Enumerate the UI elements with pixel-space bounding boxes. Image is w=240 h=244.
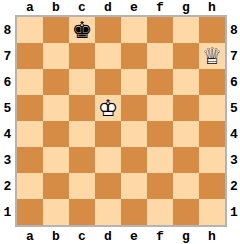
square-c2[interactable] [69, 173, 95, 199]
file-label-f: f [147, 228, 173, 244]
file-label-c: c [69, 228, 95, 244]
rank-label-7: 7 [228, 43, 240, 69]
square-f4[interactable] [147, 121, 173, 147]
square-b6[interactable] [43, 69, 69, 95]
square-g8[interactable] [173, 17, 199, 43]
rank-label-6: 6 [0, 69, 15, 95]
square-a3[interactable] [17, 147, 43, 173]
square-g1[interactable] [173, 199, 199, 225]
rank-label-1: 1 [228, 199, 240, 225]
square-b2[interactable] [43, 173, 69, 199]
rank-label-2: 2 [0, 173, 15, 199]
square-g7[interactable] [173, 43, 199, 69]
square-c5[interactable] [69, 95, 95, 121]
file-labels-bottom: abcdefgh [17, 228, 225, 244]
square-g3[interactable] [173, 147, 199, 173]
rank-label-6: 6 [228, 69, 240, 95]
rank-label-4: 4 [0, 121, 15, 147]
rank-label-8: 8 [0, 17, 15, 43]
square-d2[interactable] [95, 173, 121, 199]
square-f5[interactable] [147, 95, 173, 121]
square-e3[interactable] [121, 147, 147, 173]
file-label-d: d [95, 228, 121, 244]
square-h2[interactable] [199, 173, 225, 199]
square-e2[interactable] [121, 173, 147, 199]
file-label-g: g [173, 0, 199, 15]
square-h8[interactable] [199, 17, 225, 43]
file-label-a: a [17, 228, 43, 244]
rank-label-1: 1 [0, 199, 15, 225]
square-d8[interactable] [95, 17, 121, 43]
square-b3[interactable] [43, 147, 69, 173]
square-a4[interactable] [17, 121, 43, 147]
square-a6[interactable] [17, 69, 43, 95]
square-b5[interactable] [43, 95, 69, 121]
square-c1[interactable] [69, 199, 95, 225]
chess-board-diagram: abcdefgh 87654321 ♚♛♕♚♔ 87654321 abcdefg… [0, 0, 240, 244]
file-label-f: f [147, 0, 173, 15]
file-label-b: b [43, 228, 69, 244]
rank-label-4: 4 [228, 121, 240, 147]
square-h4[interactable] [199, 121, 225, 147]
file-label-e: e [121, 0, 147, 15]
file-label-h: h [199, 0, 225, 15]
file-label-g: g [173, 228, 199, 244]
square-d1[interactable] [95, 199, 121, 225]
square-c8[interactable]: ♚ [69, 17, 95, 43]
piece-white-king[interactable]: ♔ [95, 95, 121, 121]
rank-label-7: 7 [0, 43, 15, 69]
square-d5[interactable]: ♚♔ [95, 95, 121, 121]
square-a8[interactable] [17, 17, 43, 43]
square-h5[interactable] [199, 95, 225, 121]
square-f6[interactable] [147, 69, 173, 95]
file-labels-top: abcdefgh [17, 0, 225, 15]
square-b1[interactable] [43, 199, 69, 225]
square-g5[interactable] [173, 95, 199, 121]
square-h1[interactable] [199, 199, 225, 225]
square-e1[interactable] [121, 199, 147, 225]
square-d6[interactable] [95, 69, 121, 95]
piece-white-king-fill: ♚ [95, 95, 121, 121]
square-d4[interactable] [95, 121, 121, 147]
square-c3[interactable] [69, 147, 95, 173]
square-e8[interactable] [121, 17, 147, 43]
square-e5[interactable] [121, 95, 147, 121]
file-label-d: d [95, 0, 121, 15]
square-e4[interactable] [121, 121, 147, 147]
rank-labels-left: 87654321 [0, 17, 15, 225]
square-c7[interactable] [69, 43, 95, 69]
file-label-e: e [121, 228, 147, 244]
rank-label-2: 2 [228, 173, 240, 199]
square-b8[interactable] [43, 17, 69, 43]
square-a1[interactable] [17, 199, 43, 225]
file-label-c: c [69, 0, 95, 15]
square-h6[interactable] [199, 69, 225, 95]
square-h7[interactable]: ♛♕ [199, 43, 225, 69]
square-f8[interactable] [147, 17, 173, 43]
piece-white-queen[interactable]: ♕ [199, 43, 225, 69]
piece-white-queen-fill: ♛ [199, 43, 225, 69]
chess-board: ♚♛♕♚♔ [15, 15, 227, 227]
rank-label-3: 3 [0, 147, 15, 173]
square-a7[interactable] [17, 43, 43, 69]
square-f3[interactable] [147, 147, 173, 173]
square-g4[interactable] [173, 121, 199, 147]
square-b4[interactable] [43, 121, 69, 147]
file-label-h: h [199, 228, 225, 244]
rank-label-5: 5 [0, 95, 15, 121]
square-f2[interactable] [147, 173, 173, 199]
rank-label-8: 8 [228, 17, 240, 43]
square-a5[interactable] [17, 95, 43, 121]
file-label-a: a [17, 0, 43, 15]
square-d3[interactable] [95, 147, 121, 173]
piece-black-king[interactable]: ♚ [69, 17, 95, 43]
square-g2[interactable] [173, 173, 199, 199]
rank-label-3: 3 [228, 147, 240, 173]
square-h3[interactable] [199, 147, 225, 173]
square-g6[interactable] [173, 69, 199, 95]
square-e6[interactable] [121, 69, 147, 95]
square-c6[interactable] [69, 69, 95, 95]
square-d7[interactable] [95, 43, 121, 69]
square-a2[interactable] [17, 173, 43, 199]
square-c4[interactable] [69, 121, 95, 147]
square-e7[interactable] [121, 43, 147, 69]
rank-label-5: 5 [228, 95, 240, 121]
square-f7[interactable] [147, 43, 173, 69]
square-b7[interactable] [43, 43, 69, 69]
square-f1[interactable] [147, 199, 173, 225]
rank-labels-right: 87654321 [228, 17, 240, 225]
file-label-b: b [43, 0, 69, 15]
